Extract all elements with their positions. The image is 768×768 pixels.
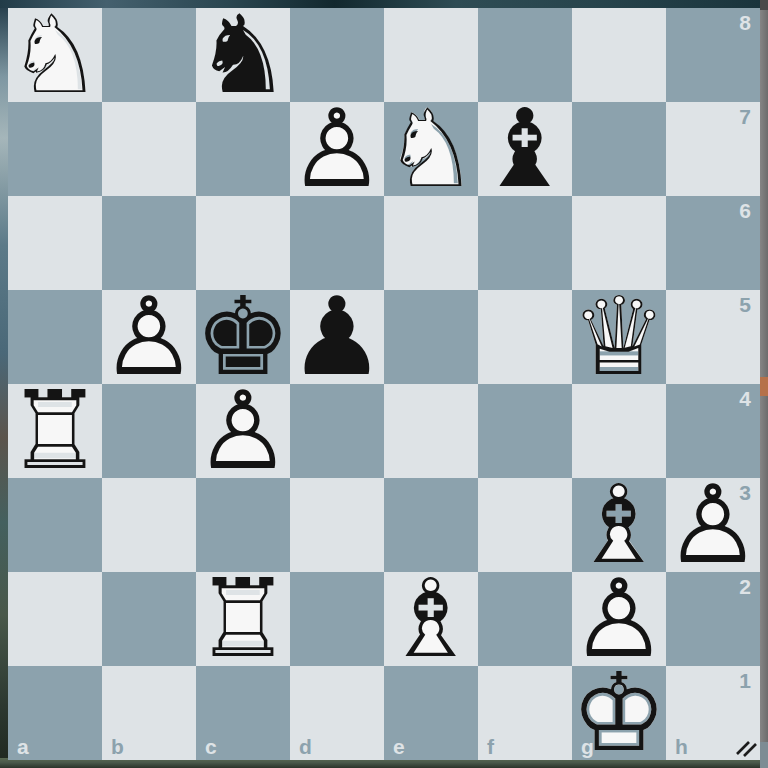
square-f3[interactable]: [478, 478, 572, 572]
white-piece-outline: ♕: [572, 290, 666, 384]
square-c4[interactable]: ♟♙: [196, 384, 290, 478]
file-label-a: a: [17, 736, 29, 757]
square-g5[interactable]: ♛♕: [572, 290, 666, 384]
white-piece-outline: ♔: [572, 666, 666, 760]
white-pawn[interactable]: ♟♙: [666, 478, 760, 572]
square-a6[interactable]: [8, 196, 102, 290]
square-d4[interactable]: [290, 384, 384, 478]
white-piece-outline: ♗: [384, 572, 478, 666]
square-c1[interactable]: c: [196, 666, 290, 760]
black-piece-fill: ♝: [478, 102, 572, 196]
file-label-h: h: [675, 736, 688, 757]
rank-label-2: 2: [739, 576, 751, 597]
square-e6[interactable]: [384, 196, 478, 290]
square-c2[interactable]: ♜♖: [196, 572, 290, 666]
square-h8[interactable]: 8: [666, 8, 760, 102]
file-label-b: b: [111, 736, 124, 757]
square-a2[interactable]: [8, 572, 102, 666]
square-c7[interactable]: [196, 102, 290, 196]
white-piece-outline: ♙: [666, 478, 760, 572]
square-e5[interactable]: [384, 290, 478, 384]
white-piece-outline: ♖: [196, 572, 290, 666]
rank-label-7: 7: [739, 106, 751, 127]
black-knight[interactable]: ♞: [196, 8, 290, 102]
resize-handle-icon[interactable]: [734, 734, 758, 758]
white-piece-outline: ♙: [102, 290, 196, 384]
file-label-e: e: [393, 736, 405, 757]
white-pawn[interactable]: ♟♙: [290, 102, 384, 196]
square-h6[interactable]: 6: [666, 196, 760, 290]
rank-label-8: 8: [739, 12, 751, 33]
white-queen[interactable]: ♛♕: [572, 290, 666, 384]
file-label-d: d: [299, 736, 312, 757]
square-f7[interactable]: ♝: [478, 102, 572, 196]
square-g1[interactable]: g♚♔: [572, 666, 666, 760]
square-h7[interactable]: 7: [666, 102, 760, 196]
white-piece-outline: ♖: [8, 384, 102, 478]
square-b3[interactable]: [102, 478, 196, 572]
rank-label-1: 1: [739, 670, 751, 691]
square-f2[interactable]: [478, 572, 572, 666]
white-piece-outline: ♘: [8, 8, 102, 102]
scrollbar-marker[interactable]: [760, 377, 768, 396]
square-b8[interactable]: [102, 8, 196, 102]
square-a7[interactable]: [8, 102, 102, 196]
square-f6[interactable]: [478, 196, 572, 290]
square-e1[interactable]: e: [384, 666, 478, 760]
square-e7[interactable]: ♞♘: [384, 102, 478, 196]
file-label-c: c: [205, 736, 217, 757]
square-b7[interactable]: [102, 102, 196, 196]
square-c8[interactable]: ♞: [196, 8, 290, 102]
file-label-f: f: [487, 736, 494, 757]
rank-label-6: 6: [739, 200, 751, 221]
square-d3[interactable]: [290, 478, 384, 572]
square-d5[interactable]: ♟: [290, 290, 384, 384]
black-pawn[interactable]: ♟: [290, 290, 384, 384]
square-g7[interactable]: [572, 102, 666, 196]
square-b5[interactable]: ♟♙: [102, 290, 196, 384]
white-bishop[interactable]: ♝♗: [384, 572, 478, 666]
square-a8[interactable]: ♞♘: [8, 8, 102, 102]
white-king[interactable]: ♚♔: [572, 666, 666, 760]
square-b2[interactable]: [102, 572, 196, 666]
square-f4[interactable]: [478, 384, 572, 478]
white-rook[interactable]: ♜♖: [196, 572, 290, 666]
square-b4[interactable]: [102, 384, 196, 478]
scrollbar[interactable]: [760, 0, 768, 768]
square-h1[interactable]: 1h: [666, 666, 760, 760]
square-d7[interactable]: ♟♙: [290, 102, 384, 196]
desktop-wallpaper-top-strip: [0, 0, 760, 8]
scrollbar-bottom-cap: [760, 742, 768, 768]
black-piece-fill: ♟: [290, 290, 384, 384]
white-piece-outline: ♙: [290, 102, 384, 196]
square-f1[interactable]: f: [478, 666, 572, 760]
square-a1[interactable]: a: [8, 666, 102, 760]
black-piece-fill: ♞: [196, 8, 290, 102]
black-bishop[interactable]: ♝: [478, 102, 572, 196]
white-knight[interactable]: ♞♘: [384, 102, 478, 196]
rank-label-5: 5: [739, 294, 751, 315]
square-d2[interactable]: [290, 572, 384, 666]
square-f5[interactable]: [478, 290, 572, 384]
white-pawn[interactable]: ♟♙: [102, 290, 196, 384]
square-g8[interactable]: [572, 8, 666, 102]
square-h3[interactable]: 3♟♙: [666, 478, 760, 572]
white-rook[interactable]: ♜♖: [8, 384, 102, 478]
square-e4[interactable]: [384, 384, 478, 478]
white-pawn[interactable]: ♟♙: [196, 384, 290, 478]
scrollbar-top-cap: [760, 0, 768, 10]
square-b1[interactable]: b: [102, 666, 196, 760]
chess-board: ♞♘♞8♟♙♞♘♝76♟♙♚♟♛♕5♜♖♟♙4♝♗3♟♙♜♖♝♗♟♙2abcde…: [8, 8, 760, 760]
white-piece-outline: ♘: [384, 102, 478, 196]
square-h2[interactable]: 2: [666, 572, 760, 666]
rank-label-4: 4: [739, 388, 751, 409]
square-e2[interactable]: ♝♗: [384, 572, 478, 666]
square-a3[interactable]: [8, 478, 102, 572]
square-d1[interactable]: d: [290, 666, 384, 760]
white-knight[interactable]: ♞♘: [8, 8, 102, 102]
white-piece-outline: ♙: [196, 384, 290, 478]
square-h5[interactable]: 5: [666, 290, 760, 384]
square-a4[interactable]: ♜♖: [8, 384, 102, 478]
